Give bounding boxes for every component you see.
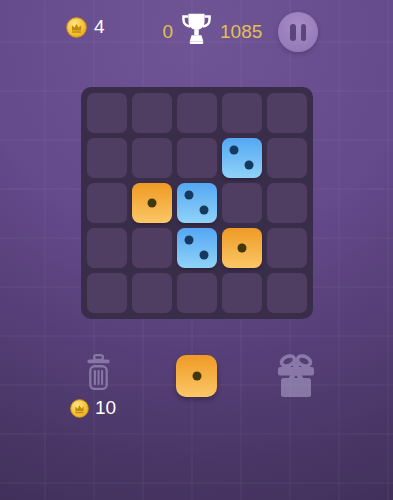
- board-cell-r1c3[interactable]: [222, 138, 262, 178]
- blue-die-2: [177, 183, 217, 223]
- board-cell-r2c1[interactable]: [132, 183, 172, 223]
- board-cell-r4c3[interactable]: [222, 273, 262, 313]
- next-die-slot[interactable]: [176, 355, 217, 397]
- pip-dot: [192, 372, 201, 381]
- pip-dot: [229, 145, 238, 154]
- pause-button[interactable]: [278, 12, 318, 52]
- pip-dot: [237, 244, 246, 253]
- blue-die-2: [222, 138, 262, 178]
- pip-dot: [199, 251, 208, 260]
- trash-can-icon: [84, 353, 113, 392]
- board-cell-r2c3[interactable]: [222, 183, 262, 223]
- trophy-icon: [181, 11, 212, 47]
- board-cell-r1c2[interactable]: [177, 138, 217, 178]
- pip-dot: [184, 235, 193, 244]
- board-cell-r1c1[interactable]: [132, 138, 172, 178]
- score-display: 0 1085: [0, 11, 393, 47]
- board-cell-r2c2[interactable]: [177, 183, 217, 223]
- orange-die-1[interactable]: [176, 355, 217, 397]
- board-cell-r3c3[interactable]: [222, 228, 262, 268]
- pip-dot: [147, 199, 156, 208]
- pause-icon: [301, 24, 307, 41]
- score-value: 0: [111, 21, 173, 43]
- gift-box-icon: [274, 353, 318, 399]
- board-cell-r0c0[interactable]: [87, 93, 127, 133]
- board-cell-r4c1[interactable]: [132, 273, 172, 313]
- board-cell-r4c0[interactable]: [87, 273, 127, 313]
- board-cell-r0c4[interactable]: [267, 93, 307, 133]
- board: [81, 87, 313, 319]
- board-cell-r2c4[interactable]: [267, 183, 307, 223]
- board-cell-r3c0[interactable]: [87, 228, 127, 268]
- best-score-value: 1085: [220, 21, 282, 43]
- trash-cost: 10: [70, 397, 116, 419]
- board-cell-r2c0[interactable]: [87, 183, 127, 223]
- board-cell-r3c2[interactable]: [177, 228, 217, 268]
- board-cell-r1c4[interactable]: [267, 138, 307, 178]
- board-cell-r1c0[interactable]: [87, 138, 127, 178]
- pip-dot: [244, 161, 253, 170]
- board-cell-r0c2[interactable]: [177, 93, 217, 133]
- pause-icon: [290, 24, 296, 41]
- board-cell-r4c2[interactable]: [177, 273, 217, 313]
- blue-die-2: [177, 228, 217, 268]
- pip-dot: [199, 206, 208, 215]
- orange-die-1: [132, 183, 172, 223]
- coin-icon: [70, 399, 89, 418]
- board-cell-r3c4[interactable]: [267, 228, 307, 268]
- board-cell-r0c1[interactable]: [132, 93, 172, 133]
- gift-button[interactable]: [273, 353, 319, 400]
- trash-cost-value: 10: [95, 397, 116, 419]
- orange-die-1: [222, 228, 262, 268]
- board-cell-r3c1[interactable]: [132, 228, 172, 268]
- trash-button[interactable]: [77, 352, 119, 396]
- board-cell-r0c3[interactable]: [222, 93, 262, 133]
- board-cell-r4c4[interactable]: [267, 273, 307, 313]
- pip-dot: [184, 190, 193, 199]
